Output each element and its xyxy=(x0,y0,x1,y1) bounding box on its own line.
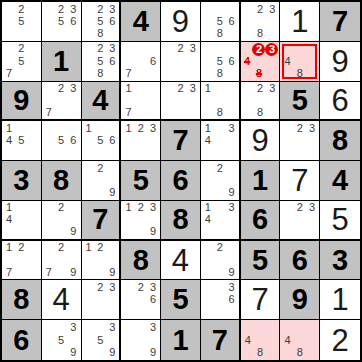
pencil-marks: 2356 xyxy=(43,3,80,40)
solved-digit: 6 xyxy=(331,85,348,116)
candidate-3: 3 xyxy=(147,202,159,214)
candidate-9: 9 xyxy=(106,187,118,199)
candidate-7: 7 xyxy=(122,67,134,79)
candidate-4: 4 xyxy=(242,56,253,68)
cell-r3c5[interactable]: 23 xyxy=(161,82,201,122)
cell-r7c9[interactable]: 3 xyxy=(320,241,360,281)
candidate-5: 5 xyxy=(55,135,67,147)
candidate-1: 1 xyxy=(122,83,134,95)
candidate-2: 2 xyxy=(135,122,147,134)
candidate-3: 3 xyxy=(147,321,159,334)
cell-r7c8[interactable]: 6 xyxy=(280,241,320,281)
candidate-5: 5 xyxy=(15,15,27,27)
candidate-2: 2 xyxy=(252,43,265,56)
candidate-3: 3 xyxy=(187,83,199,95)
candidate-4: 4 xyxy=(242,334,254,347)
pencil-marks: 145 xyxy=(3,122,40,159)
pencil-marks: 156 xyxy=(83,122,119,159)
pencil-marks: 67 xyxy=(122,43,159,80)
candidate-6: 6 xyxy=(147,294,159,306)
cell-r5c4[interactable]: 5 xyxy=(121,161,161,201)
candidate-2: 2 xyxy=(254,3,266,15)
cell-r2c1[interactable]: 257 xyxy=(2,42,42,82)
cell-r1c3[interactable]: 23568 xyxy=(82,2,122,42)
pencil-marks: 568 xyxy=(202,3,238,40)
candidate-3: 3 xyxy=(67,321,79,334)
pencil-marks: 359 xyxy=(43,321,80,359)
candidate-1: 1 xyxy=(202,122,214,134)
cell-r8c6[interactable]: 36 xyxy=(201,280,241,320)
cell-r1c9[interactable]: 7 xyxy=(320,2,360,42)
candidate-3: 3 xyxy=(226,281,238,293)
cell-r6c3[interactable]: 7 xyxy=(82,201,122,241)
candidate-2: 2 xyxy=(135,202,147,214)
cell-r6c4[interactable]: 1239 xyxy=(121,201,161,241)
candidate-8: 8 xyxy=(214,67,226,79)
pencil-marks: 237 xyxy=(43,83,80,119)
cell-r9c3[interactable]: 359 xyxy=(82,320,122,360)
candidate-9: 9 xyxy=(67,266,79,278)
given-digit: 5 xyxy=(133,166,149,195)
cell-r3c2[interactable]: 237 xyxy=(42,82,82,122)
cell-r5c5[interactable]: 6 xyxy=(161,161,201,201)
cell-r1c7[interactable]: 238 xyxy=(241,2,281,42)
given-digit: 1 xyxy=(172,326,188,355)
pencil-marks: 23 xyxy=(162,43,199,80)
given-digit: 6 xyxy=(292,246,308,275)
cell-r1c5[interactable]: 9 xyxy=(161,2,201,42)
given-digit: 6 xyxy=(172,166,188,195)
candidate-3: 3 xyxy=(306,122,318,134)
cell-r4c7[interactable]: 9 xyxy=(241,121,281,161)
pencil-marks: 134 xyxy=(202,122,238,159)
candidate-4: 4 xyxy=(3,214,15,226)
pencil-marks: 18 xyxy=(202,83,238,119)
cell-r7c4[interactable]: 8 xyxy=(121,241,161,281)
candidate-9: 9 xyxy=(226,266,238,278)
candidate-8: 8 xyxy=(214,106,226,118)
cell-r5c9[interactable]: 4 xyxy=(320,161,360,201)
candidate-2: 2 xyxy=(94,242,106,254)
cell-r8c1[interactable]: 8 xyxy=(2,280,42,320)
given-digit: 8 xyxy=(13,285,29,314)
pencil-marks: 23568 xyxy=(83,3,119,40)
candidate-8: 8 xyxy=(94,67,106,79)
candidate-5: 5 xyxy=(94,55,106,67)
candidate-7: 7 xyxy=(43,106,55,118)
pencil-marks: 2348 xyxy=(242,43,279,80)
given-digit: 5 xyxy=(252,246,268,275)
pencil-marks: 568 xyxy=(202,43,238,80)
candidate-3: 3 xyxy=(266,83,278,95)
cell-r5c7[interactable]: 1 xyxy=(241,161,281,201)
cell-r2c5[interactable]: 23 xyxy=(161,42,201,82)
candidate-6: 6 xyxy=(106,15,118,27)
cell-r1c4[interactable]: 4 xyxy=(121,2,161,42)
cell-r9c4[interactable]: 39 xyxy=(121,320,161,360)
given-digit: 8 xyxy=(332,126,348,155)
candidate-6: 6 xyxy=(226,15,238,27)
candidate-3: 3 xyxy=(106,281,118,293)
candidate-1: 1 xyxy=(122,122,134,134)
cell-r2c8[interactable]: 48 xyxy=(280,42,320,82)
cell-r6c6[interactable]: 134 xyxy=(201,201,241,241)
cell-r2c9[interactable]: 9 xyxy=(320,42,360,82)
given-digit: 1 xyxy=(53,47,69,76)
candidate-6: 6 xyxy=(147,55,159,67)
candidate-4: 4 xyxy=(3,135,15,147)
cell-r4c3[interactable]: 156 xyxy=(82,121,122,161)
solved-digit: 1 xyxy=(331,284,348,315)
cell-r1c1[interactable]: 25 xyxy=(2,2,42,42)
pencil-marks: 29 xyxy=(43,202,80,238)
candidate-6: 6 xyxy=(106,55,118,67)
candidate-3: 3 xyxy=(306,202,318,214)
candidate-8: 8 xyxy=(254,28,266,40)
candidate-1: 1 xyxy=(3,242,15,254)
candidate-2: 2 xyxy=(254,83,266,95)
candidate-2: 2 xyxy=(15,242,27,254)
pencil-marks: 29 xyxy=(83,162,119,199)
pencil-marks: 123 xyxy=(122,122,159,159)
candidate-5: 5 xyxy=(214,55,226,67)
candidate-9: 9 xyxy=(226,187,238,199)
candidate-9: 9 xyxy=(106,346,118,359)
cell-r6c8[interactable]: 23 xyxy=(280,201,320,241)
candidate-5: 5 xyxy=(94,135,106,147)
solved-digit: 7 xyxy=(291,165,308,196)
cell-r6c1[interactable]: 14 xyxy=(2,201,42,241)
cell-r5c1[interactable]: 3 xyxy=(2,161,42,201)
pencil-marks: 127 xyxy=(3,242,40,279)
cell-r5c6[interactable]: 29 xyxy=(201,161,241,201)
cell-r9c9[interactable]: 2 xyxy=(320,320,360,360)
candidate-2: 2 xyxy=(214,162,226,174)
candidate-1: 1 xyxy=(3,122,15,134)
candidate-5: 5 xyxy=(15,55,27,67)
cell-r1c6[interactable]: 568 xyxy=(201,2,241,42)
pencil-marks: 129 xyxy=(83,242,119,279)
cell-r8c8[interactable]: 9 xyxy=(280,280,320,320)
given-digit: 1 xyxy=(252,166,268,195)
cell-r7c1[interactable]: 127 xyxy=(2,241,42,281)
given-digit: 4 xyxy=(133,7,149,36)
given-digit: 6 xyxy=(13,326,29,355)
candidate-7: 7 xyxy=(122,106,134,118)
pencil-marks: 23 xyxy=(281,202,318,238)
candidate-8: 8 xyxy=(294,67,306,79)
cell-r4c8[interactable]: 23 xyxy=(280,121,320,161)
solved-digit: 1 xyxy=(291,6,308,37)
given-digit: 7 xyxy=(172,126,188,155)
pencil-marks: 23 xyxy=(281,122,318,159)
candidate-5: 5 xyxy=(15,135,27,147)
cell-r9c8[interactable]: 48 xyxy=(280,320,320,360)
candidate-2: 2 xyxy=(55,83,67,95)
cell-r7c3[interactable]: 129 xyxy=(82,241,122,281)
cell-r7c7[interactable]: 5 xyxy=(241,241,281,281)
candidate-9: 9 xyxy=(67,226,79,238)
candidate-2: 2 xyxy=(94,281,106,293)
candidate-8: 8 xyxy=(252,68,265,80)
cell-r8c4[interactable]: 236 xyxy=(121,280,161,320)
cell-r9c7[interactable]: 48 xyxy=(241,320,281,360)
solved-digit: 9 xyxy=(251,125,268,156)
candidate-5: 5 xyxy=(55,334,67,347)
pencil-marks: 23 xyxy=(162,83,199,119)
solved-digit: 9 xyxy=(172,6,189,37)
candidate-1: 1 xyxy=(202,83,214,95)
candidate-7: 7 xyxy=(3,67,15,79)
cell-r9c5[interactable]: 1 xyxy=(161,320,201,360)
pencil-marks: 29 xyxy=(202,242,238,279)
given-digit: 7 xyxy=(212,326,228,355)
solved-digit: 7 xyxy=(251,284,268,315)
candidate-8: 8 xyxy=(254,346,266,359)
candidate-3: 3 xyxy=(106,43,118,55)
candidate-3: 3 xyxy=(187,43,199,55)
given-digit: 5 xyxy=(172,285,188,314)
candidate-2: 2 xyxy=(294,202,306,214)
candidate-7: 7 xyxy=(3,266,15,278)
cell-r3c4[interactable]: 17 xyxy=(121,82,161,122)
solved-digit: 4 xyxy=(53,284,70,315)
candidate-2: 2 xyxy=(174,83,186,95)
cell-r6c9[interactable]: 5 xyxy=(320,201,360,241)
sudoku-board: 2523562356849568238172571235686723568234… xyxy=(0,0,362,362)
cell-r3c1[interactable]: 9 xyxy=(2,82,42,122)
candidate-2: 2 xyxy=(174,43,186,55)
candidate-2: 2 xyxy=(294,122,306,134)
candidate-2: 2 xyxy=(15,3,27,15)
cell-r2c6[interactable]: 568 xyxy=(201,42,241,82)
cell-r2c4[interactable]: 67 xyxy=(121,42,161,82)
candidate-6: 6 xyxy=(67,15,79,27)
candidate-3: 3 xyxy=(106,321,118,334)
cell-r4c1[interactable]: 145 xyxy=(2,121,42,161)
cell-r7c5[interactable]: 4 xyxy=(161,241,201,281)
candidate-1: 1 xyxy=(122,202,134,214)
given-digit: 7 xyxy=(332,7,348,36)
candidate-2: 2 xyxy=(55,242,67,254)
cell-r7c6[interactable]: 29 xyxy=(201,241,241,281)
candidate-3: 3 xyxy=(265,43,278,56)
cell-r8c5[interactable]: 5 xyxy=(161,280,201,320)
cell-r3c9[interactable]: 6 xyxy=(320,82,360,122)
candidate-1: 1 xyxy=(3,202,15,214)
cell-r3c7[interactable]: 238 xyxy=(241,82,281,122)
given-digit: 8 xyxy=(133,246,149,275)
candidate-3: 3 xyxy=(147,281,159,293)
pencil-marks: 238 xyxy=(242,3,279,40)
pencil-marks: 238 xyxy=(242,83,279,119)
given-digit: 9 xyxy=(13,86,29,115)
candidate-7: 7 xyxy=(43,266,55,278)
pencil-marks: 14 xyxy=(3,202,40,238)
candidate-4: 4 xyxy=(281,334,293,347)
candidate-3: 3 xyxy=(226,122,238,134)
candidate-8: 8 xyxy=(254,106,266,118)
candidate-1: 1 xyxy=(83,122,95,134)
cell-r5c3[interactable]: 29 xyxy=(82,161,122,201)
cell-r2c7[interactable]: 2348 xyxy=(241,42,281,82)
given-digit: 8 xyxy=(53,166,69,195)
candidate-1: 1 xyxy=(83,242,95,254)
cell-r7c2[interactable]: 279 xyxy=(42,241,82,281)
pencil-marks: 17 xyxy=(122,83,159,119)
candidate-1: 1 xyxy=(202,202,214,214)
candidate-9: 9 xyxy=(147,226,159,238)
cell-r2c2[interactable]: 1 xyxy=(42,42,82,82)
given-digit: 3 xyxy=(332,246,348,275)
pencil-marks: 25 xyxy=(3,3,40,40)
candidate-5: 5 xyxy=(94,334,106,347)
candidate-5: 5 xyxy=(94,15,106,27)
candidate-3: 3 xyxy=(147,122,159,134)
candidate-5: 5 xyxy=(55,15,67,27)
given-digit: 3 xyxy=(13,166,29,195)
candidate-4: 4 xyxy=(202,214,214,226)
candidate-6: 6 xyxy=(106,135,118,147)
candidate-3: 3 xyxy=(67,3,79,15)
cell-r4c9[interactable]: 8 xyxy=(320,121,360,161)
candidate-2: 2 xyxy=(55,202,67,214)
pencil-marks: 236 xyxy=(122,281,159,318)
candidate-8: 8 xyxy=(94,28,106,40)
given-digit: 4 xyxy=(332,166,348,195)
candidate-3: 3 xyxy=(266,3,278,15)
candidate-9: 9 xyxy=(147,346,159,359)
pencil-marks: 134 xyxy=(202,202,238,238)
cell-r9c2[interactable]: 359 xyxy=(42,320,82,360)
candidate-4: 4 xyxy=(281,55,293,67)
cell-r1c2[interactable]: 2356 xyxy=(42,2,82,42)
cell-r6c5[interactable]: 8 xyxy=(161,201,201,241)
pencil-marks: 23568 xyxy=(83,43,119,80)
cell-r8c9[interactable]: 1 xyxy=(320,280,360,320)
candidate-6: 6 xyxy=(226,55,238,67)
candidate-2: 2 xyxy=(55,3,67,15)
cell-r4c2[interactable]: 56 xyxy=(42,121,82,161)
pencil-marks: 48 xyxy=(242,321,279,359)
candidate-2: 2 xyxy=(94,3,106,15)
cell-r3c3[interactable]: 4 xyxy=(82,82,122,122)
solved-digit: 5 xyxy=(331,204,348,235)
solved-digit: 2 xyxy=(331,325,348,356)
given-digit: 7 xyxy=(92,205,108,234)
candidate-2: 2 xyxy=(94,43,106,55)
given-digit: 4 xyxy=(92,86,108,115)
candidate-3: 3 xyxy=(67,83,79,95)
cell-r4c6[interactable]: 134 xyxy=(201,121,241,161)
candidate-6: 6 xyxy=(226,294,238,306)
cell-r3c6[interactable]: 18 xyxy=(201,82,241,122)
candidate-2: 2 xyxy=(214,242,226,254)
given-digit: 8 xyxy=(172,205,188,234)
cell-r4c5[interactable]: 7 xyxy=(161,121,201,161)
given-digit: 9 xyxy=(292,285,308,314)
candidate-2: 2 xyxy=(135,281,147,293)
candidate-3: 3 xyxy=(226,202,238,214)
cell-r1c8[interactable]: 1 xyxy=(280,2,320,42)
cell-r8c2[interactable]: 4 xyxy=(42,280,82,320)
cell-r5c2[interactable]: 8 xyxy=(42,161,82,201)
pencil-marks: 39 xyxy=(122,321,159,359)
cell-r4c4[interactable]: 123 xyxy=(121,121,161,161)
pencil-marks: 29 xyxy=(202,162,238,199)
candidate-4: 4 xyxy=(202,135,214,147)
pencil-marks: 23 xyxy=(83,281,119,318)
given-digit: 5 xyxy=(292,86,308,115)
cell-r9c1[interactable]: 6 xyxy=(2,320,42,360)
candidate-8: 8 xyxy=(214,28,226,40)
candidate-3: 3 xyxy=(106,3,118,15)
solved-digit: 4 xyxy=(172,245,189,276)
pencil-marks: 279 xyxy=(43,242,80,279)
cell-r2c3[interactable]: 23568 xyxy=(82,42,122,82)
candidate-9: 9 xyxy=(67,346,79,359)
pencil-marks: 359 xyxy=(83,321,119,359)
given-digit: 6 xyxy=(252,205,268,234)
cell-r6c2[interactable]: 29 xyxy=(42,201,82,241)
candidate-5: 5 xyxy=(214,15,226,27)
cell-r8c3[interactable]: 23 xyxy=(82,280,122,320)
cell-r8c7[interactable]: 7 xyxy=(241,280,281,320)
pencil-marks: 257 xyxy=(3,43,40,80)
candidate-9: 9 xyxy=(106,266,118,278)
candidate-2: 2 xyxy=(94,162,106,174)
cell-r9c6[interactable]: 7 xyxy=(201,320,241,360)
candidate-6: 6 xyxy=(67,135,79,147)
pencil-marks: 56 xyxy=(43,122,80,159)
candidate-8: 8 xyxy=(294,346,306,359)
pencil-marks: 48 xyxy=(281,43,318,80)
cell-r5c8[interactable]: 7 xyxy=(280,161,320,201)
pencil-marks: 1239 xyxy=(122,202,159,238)
pencil-marks: 48 xyxy=(281,321,318,359)
cell-r3c8[interactable]: 5 xyxy=(280,82,320,122)
pencil-marks: 36 xyxy=(202,281,238,318)
candidate-2: 2 xyxy=(15,43,27,55)
cell-r6c7[interactable]: 6 xyxy=(241,201,281,241)
solved-digit: 9 xyxy=(331,46,348,77)
